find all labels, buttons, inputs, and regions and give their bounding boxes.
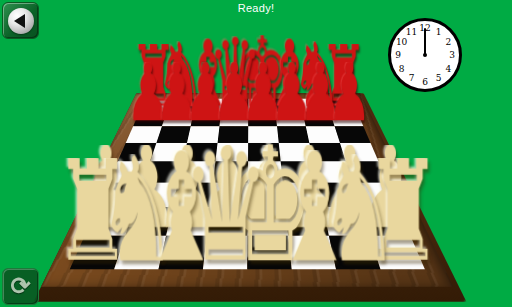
square-d1[interactable]: ♛ bbox=[203, 236, 248, 270]
analog-clock: 123456789101112 bbox=[388, 18, 462, 92]
clock-number-10: 10 bbox=[396, 37, 407, 47]
clock-number-8: 8 bbox=[399, 64, 405, 74]
clock-number-1: 1 bbox=[436, 27, 442, 37]
clock-center-dot bbox=[423, 53, 427, 57]
board-frame: ♜♞♝♛♚♝♞♜♟♟♟♟♟♟♟♟♟♟♟♟♟♟♟♟♜♞♝♛♚♝♞♜ bbox=[41, 93, 453, 287]
back-arrow-icon bbox=[14, 14, 25, 28]
square-f1[interactable]: ♝ bbox=[288, 236, 336, 270]
chess-board-3d: ♜♞♝♛♚♝♞♜♟♟♟♟♟♟♟♟♟♟♟♟♟♟♟♟♜♞♝♛♚♝♞♜ bbox=[34, 93, 467, 302]
clock-number-5: 5 bbox=[436, 73, 442, 83]
cream-bishop[interactable]: ♝ bbox=[272, 149, 356, 266]
cream-queen[interactable]: ♛ bbox=[182, 145, 269, 267]
clock-number-12: 12 bbox=[419, 23, 430, 33]
board-grid: ♜♞♝♛♚♝♞♜♟♟♟♟♟♟♟♟♟♟♟♟♟♟♟♟♜♞♝♛♚♝♞♜ bbox=[70, 99, 425, 270]
clock-number-11: 11 bbox=[406, 27, 417, 37]
back-button-orb bbox=[8, 8, 34, 34]
clock-number-2: 2 bbox=[446, 37, 452, 47]
clock-number-7: 7 bbox=[409, 73, 415, 83]
clock-number-9: 9 bbox=[395, 50, 401, 60]
app-screen: Ready! 123456789101112 ♜♞♝♛♚♝♞♜♟♟♟♟♟♟♟♟♟… bbox=[0, 0, 512, 307]
clock-number-6: 6 bbox=[422, 77, 428, 87]
back-button[interactable] bbox=[2, 2, 39, 39]
status-text: Ready! bbox=[0, 2, 512, 14]
red-pawn[interactable]: ♟ bbox=[327, 62, 372, 125]
rotate-board-button[interactable]: ⟳ bbox=[2, 268, 39, 305]
clock-number-3: 3 bbox=[449, 50, 455, 60]
clock-number-4: 4 bbox=[446, 64, 452, 74]
rotate-icon: ⟳ bbox=[10, 274, 30, 298]
